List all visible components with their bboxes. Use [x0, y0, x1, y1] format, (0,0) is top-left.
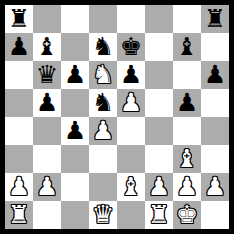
- square-g7[interactable]: ♝: [173, 33, 201, 61]
- piece-white-bishop[interactable]: ♝: [120, 173, 142, 201]
- square-a7[interactable]: ♟: [5, 33, 33, 61]
- piece-white-pawn[interactable]: ♟: [176, 173, 198, 201]
- square-h7[interactable]: [201, 33, 229, 61]
- square-g1[interactable]: ♚: [173, 201, 201, 229]
- square-h6[interactable]: ♟: [201, 61, 229, 89]
- square-g8[interactable]: [173, 5, 201, 33]
- piece-white-pawn[interactable]: ♟: [120, 89, 142, 117]
- piece-black-pawn[interactable]: ♟: [176, 89, 198, 117]
- piece-black-queen[interactable]: ♛: [36, 61, 58, 89]
- square-c8[interactable]: [61, 5, 89, 33]
- square-g4[interactable]: [173, 117, 201, 145]
- square-b6[interactable]: ♛: [33, 61, 61, 89]
- square-f8[interactable]: [145, 5, 173, 33]
- square-a8[interactable]: ♜: [5, 5, 33, 33]
- square-c7[interactable]: [61, 33, 89, 61]
- square-e7[interactable]: ♚: [117, 33, 145, 61]
- piece-black-bishop[interactable]: ♝: [176, 33, 198, 61]
- square-c1[interactable]: [61, 201, 89, 229]
- piece-white-pawn[interactable]: ♟: [36, 173, 58, 201]
- square-f1[interactable]: ♜: [145, 201, 173, 229]
- piece-black-knight[interactable]: ♞: [92, 33, 114, 61]
- piece-black-knight[interactable]: ♞: [92, 89, 114, 117]
- square-h5[interactable]: [201, 89, 229, 117]
- piece-black-bishop[interactable]: ♝: [36, 33, 58, 61]
- square-g5[interactable]: ♟: [173, 89, 201, 117]
- square-c3[interactable]: [61, 145, 89, 173]
- square-f7[interactable]: [145, 33, 173, 61]
- square-h2[interactable]: ♟: [201, 173, 229, 201]
- square-d4[interactable]: ♟: [89, 117, 117, 145]
- square-g3[interactable]: ♝: [173, 145, 201, 173]
- piece-black-pawn[interactable]: ♟: [120, 61, 142, 89]
- square-d7[interactable]: ♞: [89, 33, 117, 61]
- piece-white-pawn[interactable]: ♟: [8, 173, 30, 201]
- square-b2[interactable]: ♟: [33, 173, 61, 201]
- square-f5[interactable]: [145, 89, 173, 117]
- square-e1[interactable]: [117, 201, 145, 229]
- piece-black-pawn[interactable]: ♟: [64, 117, 86, 145]
- square-g2[interactable]: ♟: [173, 173, 201, 201]
- square-b7[interactable]: ♝: [33, 33, 61, 61]
- square-b8[interactable]: [33, 5, 61, 33]
- square-d6[interactable]: ♞: [89, 61, 117, 89]
- piece-white-pawn[interactable]: ♟: [92, 117, 114, 145]
- square-d3[interactable]: [89, 145, 117, 173]
- square-d1[interactable]: ♛: [89, 201, 117, 229]
- square-e3[interactable]: [117, 145, 145, 173]
- square-c6[interactable]: ♟: [61, 61, 89, 89]
- piece-white-rook[interactable]: ♜: [8, 201, 30, 229]
- square-e5[interactable]: ♟: [117, 89, 145, 117]
- square-h4[interactable]: [201, 117, 229, 145]
- piece-black-pawn[interactable]: ♟: [8, 33, 30, 61]
- square-f2[interactable]: ♟: [145, 173, 173, 201]
- square-a1[interactable]: ♜: [5, 201, 33, 229]
- square-e8[interactable]: [117, 5, 145, 33]
- piece-black-king[interactable]: ♚: [120, 33, 142, 61]
- square-e4[interactable]: [117, 117, 145, 145]
- square-h3[interactable]: [201, 145, 229, 173]
- square-d2[interactable]: [89, 173, 117, 201]
- square-c5[interactable]: [61, 89, 89, 117]
- square-f6[interactable]: [145, 61, 173, 89]
- square-d8[interactable]: [89, 5, 117, 33]
- square-f3[interactable]: [145, 145, 173, 173]
- piece-black-pawn[interactable]: ♟: [64, 61, 86, 89]
- square-a5[interactable]: [5, 89, 33, 117]
- square-c2[interactable]: [61, 173, 89, 201]
- piece-black-pawn[interactable]: ♟: [204, 61, 226, 89]
- square-b1[interactable]: [33, 201, 61, 229]
- piece-white-pawn[interactable]: ♟: [204, 173, 226, 201]
- piece-white-bishop[interactable]: ♝: [176, 145, 198, 173]
- piece-white-rook[interactable]: ♜: [148, 201, 170, 229]
- square-d5[interactable]: ♞: [89, 89, 117, 117]
- square-b4[interactable]: [33, 117, 61, 145]
- square-a2[interactable]: ♟: [5, 173, 33, 201]
- piece-black-pawn[interactable]: ♟: [36, 89, 58, 117]
- square-b3[interactable]: [33, 145, 61, 173]
- board-frame: ♜♜♟♝♞♚♝♛♟♞♟♟♟♞♟♟♟♟♝♟♟♝♟♟♟♜♛♜♚: [0, 0, 234, 234]
- square-a4[interactable]: [5, 117, 33, 145]
- square-b5[interactable]: ♟: [33, 89, 61, 117]
- piece-black-rook[interactable]: ♜: [204, 5, 226, 33]
- square-e2[interactable]: ♝: [117, 173, 145, 201]
- square-c4[interactable]: ♟: [61, 117, 89, 145]
- piece-white-queen[interactable]: ♛: [92, 201, 114, 229]
- piece-white-king[interactable]: ♚: [176, 201, 198, 229]
- piece-black-rook[interactable]: ♜: [8, 5, 30, 33]
- square-h1[interactable]: [201, 201, 229, 229]
- square-e6[interactable]: ♟: [117, 61, 145, 89]
- square-h8[interactable]: ♜: [201, 5, 229, 33]
- square-f4[interactable]: [145, 117, 173, 145]
- square-a6[interactable]: [5, 61, 33, 89]
- piece-white-knight[interactable]: ♞: [92, 61, 114, 89]
- chess-board: ♜♜♟♝♞♚♝♛♟♞♟♟♟♞♟♟♟♟♝♟♟♝♟♟♟♜♛♜♚: [5, 5, 229, 229]
- square-g6[interactable]: [173, 61, 201, 89]
- square-a3[interactable]: [5, 145, 33, 173]
- piece-white-pawn[interactable]: ♟: [148, 173, 170, 201]
